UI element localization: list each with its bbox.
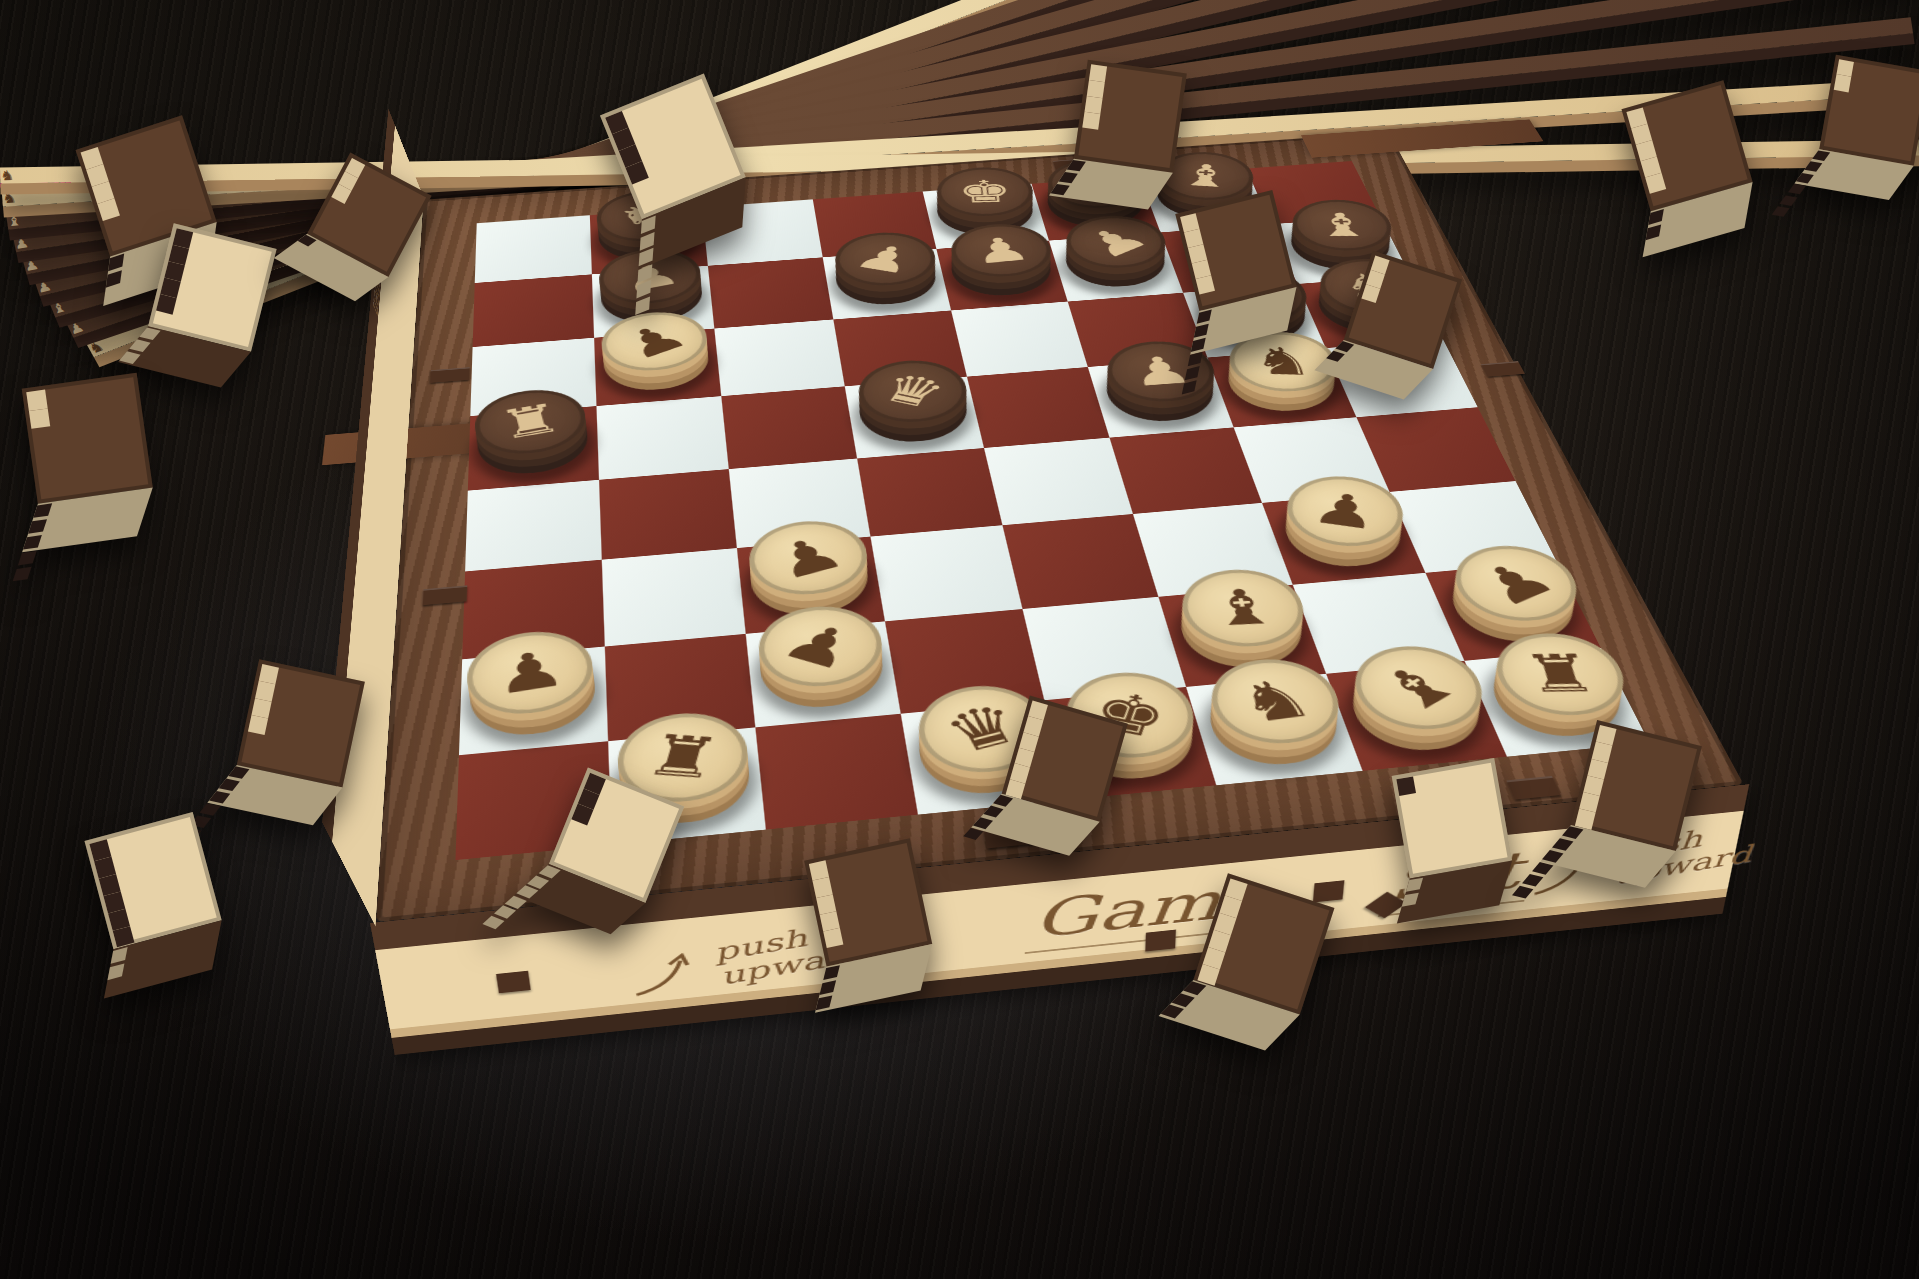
disc-symbol: ♞ bbox=[2, 190, 18, 207]
die-pip bbox=[1196, 275, 1215, 294]
disc-symbol: ♟ bbox=[66, 319, 86, 338]
wood-peg bbox=[1145, 930, 1176, 952]
square-c7 bbox=[708, 257, 833, 328]
wooden-die-3 bbox=[1351, 262, 1445, 388]
die-pip bbox=[111, 947, 127, 963]
wooden-die-3 bbox=[316, 167, 408, 290]
disc-symbol: ♞ bbox=[86, 338, 107, 358]
square-e4 bbox=[984, 438, 1133, 526]
die-top-face bbox=[22, 373, 153, 504]
die-pip bbox=[1645, 173, 1666, 194]
square-a4 bbox=[465, 480, 602, 572]
square-c1 bbox=[755, 714, 918, 830]
die-pip bbox=[108, 253, 124, 270]
disc-symbol: ♟ bbox=[22, 256, 40, 274]
die-pip bbox=[28, 519, 47, 534]
square-e8 bbox=[923, 184, 1049, 249]
square-d7 bbox=[823, 249, 951, 320]
wood-peg bbox=[496, 971, 531, 994]
die-pip bbox=[120, 351, 141, 363]
disc-symbol: ♞ bbox=[0, 167, 15, 183]
wooden-die-6 bbox=[1009, 707, 1111, 844]
square-d6 bbox=[833, 310, 967, 386]
wooden-die-4 bbox=[1078, 66, 1178, 200]
die-pip bbox=[33, 503, 52, 518]
die-pip bbox=[209, 791, 230, 804]
square-e7 bbox=[936, 241, 1067, 311]
square-c6 bbox=[714, 319, 844, 396]
die-pip bbox=[199, 803, 220, 816]
curved-arrow-icon bbox=[621, 949, 708, 999]
wooden-die-2 bbox=[32, 380, 148, 535]
die-pip bbox=[1194, 324, 1209, 338]
disc-symbol: ♝ bbox=[49, 298, 69, 317]
square-a7 bbox=[473, 274, 594, 347]
wooden-die-6 bbox=[102, 824, 214, 974]
die-pip bbox=[1161, 1004, 1184, 1018]
wooden-die-4 bbox=[624, 89, 736, 239]
wooden-die-5 bbox=[155, 234, 261, 376]
die-pip bbox=[1779, 196, 1798, 207]
die-pip bbox=[1191, 338, 1206, 352]
wooden-die-5 bbox=[1190, 200, 1290, 334]
die-top-face bbox=[1392, 758, 1512, 878]
die-pip bbox=[248, 715, 268, 735]
wood-peg bbox=[1313, 880, 1345, 902]
die-pip bbox=[823, 965, 840, 980]
square-d8 bbox=[813, 192, 937, 258]
die-pip bbox=[1406, 877, 1423, 891]
wooden-die-4 bbox=[243, 669, 351, 814]
square-e3 bbox=[1002, 514, 1158, 609]
square-b3 bbox=[602, 548, 746, 646]
die-pip bbox=[819, 980, 836, 995]
disc-symbol: ♝ bbox=[6, 212, 23, 229]
die-pip bbox=[106, 269, 122, 286]
die-pip bbox=[1771, 207, 1790, 218]
square-a6 bbox=[470, 338, 596, 416]
disc-symbol: ♟ bbox=[35, 278, 54, 297]
square-e6 bbox=[951, 302, 1088, 377]
die-pip bbox=[640, 231, 654, 249]
square-c5 bbox=[721, 386, 857, 469]
die-pip bbox=[219, 779, 240, 792]
die-pip bbox=[156, 294, 177, 315]
die-pip bbox=[1197, 310, 1212, 324]
wooden-die-3 bbox=[558, 782, 662, 921]
die-pip bbox=[13, 567, 32, 582]
wooden-die-5 bbox=[1639, 92, 1745, 234]
square-e5 bbox=[967, 367, 1110, 448]
die-pip bbox=[1646, 224, 1661, 240]
die-pip bbox=[228, 766, 249, 779]
wooden-die-2 bbox=[1824, 62, 1919, 191]
die-top-face bbox=[1819, 55, 1919, 166]
wooden-die-1 bbox=[1403, 766, 1507, 905]
white-pawn-a2: ♟ bbox=[470, 654, 597, 747]
square-d3 bbox=[870, 525, 1022, 621]
die-pip bbox=[639, 247, 653, 265]
square-b4 bbox=[599, 469, 737, 560]
die-pip bbox=[1834, 75, 1852, 93]
die-pip bbox=[816, 996, 833, 1011]
wooden-die-6 bbox=[1202, 887, 1314, 1037]
square-b6 bbox=[594, 329, 721, 406]
die-pip bbox=[641, 215, 655, 233]
die-pip bbox=[1172, 992, 1195, 1006]
die-pip bbox=[23, 535, 42, 550]
die-pip bbox=[1082, 112, 1100, 130]
die-top-face bbox=[1074, 60, 1187, 173]
square-b7 bbox=[592, 266, 714, 338]
die-pip bbox=[823, 928, 843, 948]
die-pip bbox=[108, 963, 124, 979]
die-pip bbox=[1396, 776, 1415, 795]
die-pip bbox=[1402, 892, 1419, 906]
die-pip bbox=[1648, 209, 1663, 225]
die-pip bbox=[29, 408, 50, 429]
wooden-die-5 bbox=[818, 848, 926, 993]
wooden-die-6 bbox=[1578, 731, 1686, 876]
square-a8 bbox=[475, 215, 592, 283]
die-pip bbox=[18, 551, 37, 566]
disc-symbol: ♟ bbox=[13, 235, 30, 253]
square-f7 bbox=[1049, 232, 1183, 301]
